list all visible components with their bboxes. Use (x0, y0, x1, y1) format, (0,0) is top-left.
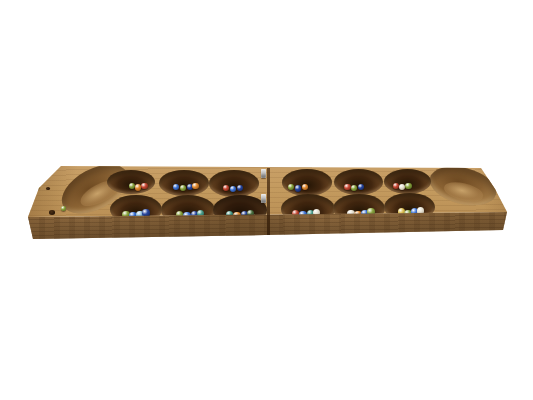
pit-far-6[interactable] (384, 169, 431, 194)
marble-red (344, 184, 350, 190)
marble-orange (135, 184, 141, 190)
fold-seam (267, 168, 270, 235)
pit-far-5[interactable] (334, 169, 383, 195)
marble-red (393, 183, 399, 189)
right-store-pit (426, 160, 501, 211)
wood-knot (49, 210, 55, 215)
pit-far-1[interactable] (107, 170, 155, 194)
marble-orange (192, 183, 198, 189)
marble-navy (295, 185, 301, 191)
pit-far-4[interactable] (282, 169, 332, 196)
photo-background (0, 0, 533, 400)
loose-marble-yellow (34, 183, 40, 189)
hinge-icon (261, 194, 266, 203)
pit-far-3[interactable] (209, 170, 259, 197)
mancala-board (25, 155, 513, 245)
wood-knot (46, 187, 50, 190)
hinge-icon (261, 169, 266, 178)
pit-far-2[interactable] (159, 170, 209, 196)
marble-green (351, 185, 357, 191)
marble-navy (142, 209, 149, 216)
marble-navy (358, 184, 364, 190)
marble-green (405, 183, 411, 189)
marble-navy (237, 185, 243, 191)
loose-marble-green (61, 206, 66, 211)
